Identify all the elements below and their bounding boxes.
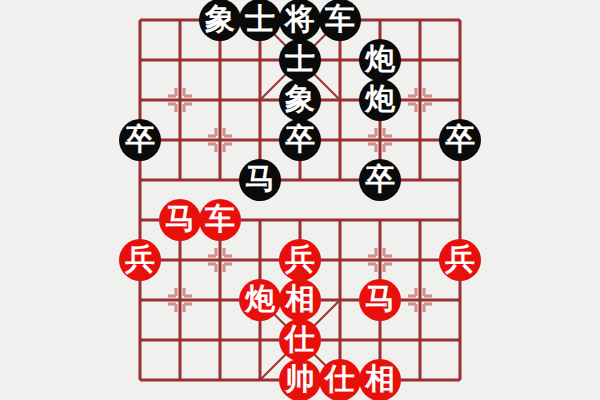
point-f9-r2[interactable]	[440, 40, 480, 80]
point-f7-r5[interactable]: 卒	[360, 160, 400, 200]
point-f8-r2[interactable]	[400, 40, 440, 80]
point-f9-r6[interactable]	[440, 200, 480, 240]
point-f2-r10[interactable]	[160, 360, 200, 400]
piece-label: 炮	[365, 84, 395, 114]
point-f3-r8[interactable]	[200, 280, 240, 320]
point-f1-r5[interactable]	[120, 160, 160, 200]
point-f9-r1[interactable]	[440, 0, 480, 40]
piece-black-cannon[interactable]: 炮	[359, 79, 401, 121]
piece-red-soldier[interactable]: 兵	[279, 239, 321, 281]
point-f3-r10[interactable]	[200, 360, 240, 400]
point-f5-r7[interactable]: 兵	[280, 240, 320, 280]
point-f4-r3[interactable]	[240, 80, 280, 120]
piece-black-chariot[interactable]: 车	[319, 0, 361, 41]
piece-black-elephant[interactable]: 象	[199, 0, 241, 41]
piece-red-general[interactable]: 帅	[279, 359, 321, 400]
point-f7-r2[interactable]: 炮	[360, 40, 400, 80]
point-f5-r6[interactable]	[280, 200, 320, 240]
point-f3-r1[interactable]: 象	[200, 0, 240, 40]
piece-label: 帅	[285, 364, 315, 394]
point-f4-r6[interactable]	[240, 200, 280, 240]
piece-label: 兵	[445, 244, 475, 274]
point-f5-r4[interactable]: 卒	[280, 120, 320, 160]
point-f1-r9[interactable]	[120, 320, 160, 360]
piece-label: 马	[365, 284, 395, 314]
point-f2-r3[interactable]	[160, 80, 200, 120]
point-f9-r3[interactable]	[440, 80, 480, 120]
point-f2-r7[interactable]	[160, 240, 200, 280]
point-f1-r6[interactable]	[120, 200, 160, 240]
piece-label: 车	[325, 4, 355, 34]
point-f5-r10[interactable]: 帅	[280, 360, 320, 400]
piece-black-soldier[interactable]: 卒	[279, 119, 321, 161]
point-f9-r10[interactable]	[440, 360, 480, 400]
piece-label: 马	[245, 164, 275, 194]
piece-black-soldier[interactable]: 卒	[439, 119, 481, 161]
piece-red-elephant[interactable]: 相	[359, 359, 401, 400]
point-f6-r6[interactable]	[320, 200, 360, 240]
point-f4-r10[interactable]	[240, 360, 280, 400]
point-f4-r7[interactable]	[240, 240, 280, 280]
piece-label: 仕	[285, 324, 315, 354]
piece-label: 兵	[285, 244, 315, 274]
point-f4-r5[interactable]: 马	[240, 160, 280, 200]
point-f9-r5[interactable]	[440, 160, 480, 200]
piece-label: 炮	[245, 284, 275, 314]
point-f8-r1[interactable]	[400, 0, 440, 40]
piece-label: 将	[285, 4, 315, 34]
point-f9-r7[interactable]: 兵	[440, 240, 480, 280]
point-f2-r5[interactable]	[160, 160, 200, 200]
point-f6-r8[interactable]	[320, 280, 360, 320]
point-f3-r9[interactable]	[200, 320, 240, 360]
piece-label: 士	[285, 44, 315, 74]
point-f2-r8[interactable]	[160, 280, 200, 320]
piece-label: 马	[165, 204, 195, 234]
point-f2-r6[interactable]: 马	[160, 200, 200, 240]
point-f8-r5[interactable]	[400, 160, 440, 200]
point-f7-r3[interactable]: 炮	[360, 80, 400, 120]
piece-label: 卒	[365, 164, 395, 194]
piece-red-advisor[interactable]: 仕	[319, 359, 361, 400]
piece-red-cannon[interactable]: 炮	[239, 279, 281, 321]
point-f4-r9[interactable]	[240, 320, 280, 360]
piece-red-soldier[interactable]: 兵	[439, 239, 481, 281]
point-f9-r8[interactable]	[440, 280, 480, 320]
piece-red-chariot[interactable]: 车	[199, 199, 241, 241]
piece-black-elephant[interactable]: 象	[279, 79, 321, 121]
piece-black-advisor[interactable]: 士	[239, 0, 281, 41]
point-f7-r8[interactable]: 马	[360, 280, 400, 320]
point-f8-r8[interactable]	[400, 280, 440, 320]
point-f3-r3[interactable]	[200, 80, 240, 120]
point-f1-r3[interactable]	[120, 80, 160, 120]
point-f6-r10[interactable]: 仕	[320, 360, 360, 400]
piece-label: 车	[205, 204, 235, 234]
point-f1-r1[interactable]	[120, 0, 160, 40]
point-f6-r5[interactable]	[320, 160, 360, 200]
point-f4-r1[interactable]: 士	[240, 0, 280, 40]
point-f8-r10[interactable]	[400, 360, 440, 400]
board-points: 象士将车士炮象炮卒卒卒马卒马车兵兵兵炮相马仕帅仕相	[120, 0, 480, 400]
piece-label: 仕	[325, 364, 355, 394]
point-f3-r2[interactable]	[200, 40, 240, 80]
point-f5-r1[interactable]: 将	[280, 0, 320, 40]
piece-label: 卒	[125, 124, 155, 154]
point-f2-r9[interactable]	[160, 320, 200, 360]
point-f7-r6[interactable]	[360, 200, 400, 240]
piece-label: 士	[245, 4, 275, 34]
piece-black-cannon[interactable]: 炮	[359, 39, 401, 81]
piece-red-advisor[interactable]: 仕	[279, 319, 321, 361]
piece-black-soldier[interactable]: 卒	[119, 119, 161, 161]
point-f5-r3[interactable]: 象	[280, 80, 320, 120]
piece-black-soldier[interactable]: 卒	[359, 159, 401, 201]
point-f7-r10[interactable]: 相	[360, 360, 400, 400]
point-f8-r3[interactable]	[400, 80, 440, 120]
piece-label: 相	[285, 284, 315, 314]
point-f8-r4[interactable]	[400, 120, 440, 160]
point-f1-r10[interactable]	[120, 360, 160, 400]
point-f4-r8[interactable]: 炮	[240, 280, 280, 320]
point-f6-r2[interactable]	[320, 40, 360, 80]
piece-label: 相	[365, 364, 395, 394]
point-f8-r7[interactable]	[400, 240, 440, 280]
piece-red-horse[interactable]: 马	[359, 279, 401, 321]
point-f6-r7[interactable]	[320, 240, 360, 280]
point-f8-r6[interactable]	[400, 200, 440, 240]
point-f7-r9[interactable]	[360, 320, 400, 360]
point-f5-r9[interactable]: 仕	[280, 320, 320, 360]
point-f7-r7[interactable]	[360, 240, 400, 280]
point-f2-r2[interactable]	[160, 40, 200, 80]
point-f6-r9[interactable]	[320, 320, 360, 360]
point-f7-r4[interactable]	[360, 120, 400, 160]
piece-black-advisor[interactable]: 士	[279, 39, 321, 81]
point-f6-r4[interactable]	[320, 120, 360, 160]
point-f4-r2[interactable]	[240, 40, 280, 80]
piece-label: 象	[205, 4, 235, 34]
point-f8-r9[interactable]	[400, 320, 440, 360]
piece-label: 象	[285, 84, 315, 114]
piece-label: 卒	[445, 124, 475, 154]
piece-black-horse[interactable]: 马	[239, 159, 281, 201]
point-f6-r1[interactable]: 车	[320, 0, 360, 40]
point-f5-r5[interactable]	[280, 160, 320, 200]
point-f4-r4[interactable]	[240, 120, 280, 160]
point-f3-r6[interactable]: 车	[200, 200, 240, 240]
point-f3-r7[interactable]	[200, 240, 240, 280]
point-f1-r7[interactable]: 兵	[120, 240, 160, 280]
point-f6-r3[interactable]	[320, 80, 360, 120]
point-f1-r8[interactable]	[120, 280, 160, 320]
xiangqi-board: 象士将车士炮象炮卒卒卒马卒马车兵兵兵炮相马仕帅仕相	[0, 0, 600, 400]
piece-black-general[interactable]: 将	[279, 0, 321, 41]
piece-red-soldier[interactable]: 兵	[119, 239, 161, 281]
piece-label: 炮	[365, 44, 395, 74]
piece-label: 卒	[285, 124, 315, 154]
point-f1-r4[interactable]: 卒	[120, 120, 160, 160]
point-f3-r4[interactable]	[200, 120, 240, 160]
point-f5-r8[interactable]: 相	[280, 280, 320, 320]
point-f2-r1[interactable]	[160, 0, 200, 40]
point-f7-r1[interactable]	[360, 0, 400, 40]
point-f9-r4[interactable]: 卒	[440, 120, 480, 160]
point-f9-r9[interactable]	[440, 320, 480, 360]
piece-red-horse[interactable]: 马	[159, 199, 201, 241]
piece-red-elephant[interactable]: 相	[279, 279, 321, 321]
piece-label: 兵	[125, 244, 155, 274]
point-f5-r2[interactable]: 士	[280, 40, 320, 80]
point-f3-r5[interactable]	[200, 160, 240, 200]
point-f2-r4[interactable]	[160, 120, 200, 160]
point-f1-r2[interactable]	[120, 40, 160, 80]
